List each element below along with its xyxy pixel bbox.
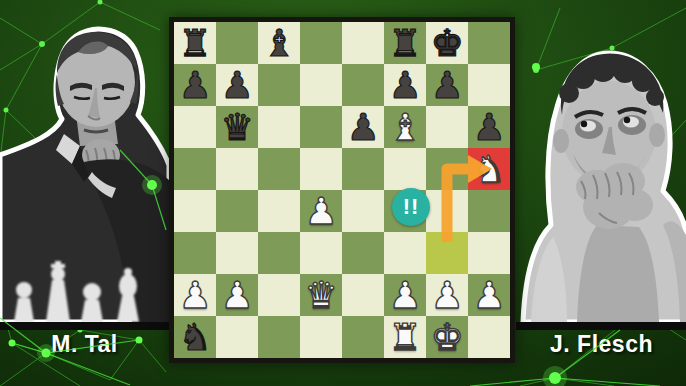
square-g8: ♚ xyxy=(426,22,468,64)
square-e5 xyxy=(342,148,384,190)
square-e4 xyxy=(342,190,384,232)
square-d7 xyxy=(300,64,342,106)
left-player-name: M. Tal xyxy=(0,331,169,357)
piece-white-knight: ♞ xyxy=(468,148,510,190)
square-g5 xyxy=(426,148,468,190)
square-a7: ♟ xyxy=(174,64,216,106)
piece-white-rook: ♜ xyxy=(384,316,426,358)
piece-black-rook: ♜ xyxy=(384,22,426,64)
square-e8 xyxy=(342,22,384,64)
piece-black-pawn: ♟ xyxy=(426,64,468,106)
square-e1 xyxy=(342,316,384,358)
square-b2: ♟ xyxy=(216,274,258,316)
piece-white-bishop: ♝ xyxy=(384,106,426,148)
square-h8 xyxy=(468,22,510,64)
square-h3 xyxy=(468,232,510,274)
piece-white-pawn: ♟ xyxy=(174,274,216,316)
square-h5: ♞ xyxy=(468,148,510,190)
square-h4 xyxy=(468,190,510,232)
square-c7 xyxy=(258,64,300,106)
square-b5 xyxy=(216,148,258,190)
piece-black-pawn: ♟ xyxy=(384,64,426,106)
square-d5 xyxy=(300,148,342,190)
board-grid: ♜♝♜♚♟♟♟♟♛♟♝♟♞♟♟♟♛♟♟♟♞♜♚ xyxy=(174,22,510,358)
brilliant-move-badge: !! xyxy=(392,188,430,226)
square-a2: ♟ xyxy=(174,274,216,316)
square-f6: ♝ xyxy=(384,106,426,148)
flesch-photo-bottom-border xyxy=(516,322,686,330)
piece-black-pawn: ♟ xyxy=(174,64,216,106)
square-f2: ♟ xyxy=(384,274,426,316)
chess-board: ♜♝♜♚♟♟♟♟♛♟♝♟♞♟♟♟♛♟♟♟♞♜♚ !! xyxy=(169,17,515,363)
square-b8 xyxy=(216,22,258,64)
square-e7 xyxy=(342,64,384,106)
square-b1 xyxy=(216,316,258,358)
square-c1 xyxy=(258,316,300,358)
square-h7 xyxy=(468,64,510,106)
piece-black-rook: ♜ xyxy=(174,22,216,64)
square-b3 xyxy=(216,232,258,274)
piece-black-pawn: ♟ xyxy=(216,64,258,106)
square-c3 xyxy=(258,232,300,274)
square-b4 xyxy=(216,190,258,232)
square-g3 xyxy=(426,232,468,274)
piece-white-queen: ♛ xyxy=(300,274,342,316)
square-c4 xyxy=(258,190,300,232)
piece-white-pawn: ♟ xyxy=(300,190,342,232)
square-a1: ♞ xyxy=(174,316,216,358)
square-d6 xyxy=(300,106,342,148)
square-a6 xyxy=(174,106,216,148)
square-c6 xyxy=(258,106,300,148)
square-g1: ♚ xyxy=(426,316,468,358)
square-e6: ♟ xyxy=(342,106,384,148)
square-c5 xyxy=(258,148,300,190)
piece-white-pawn: ♟ xyxy=(384,274,426,316)
tal-photo xyxy=(0,22,169,322)
square-f8: ♜ xyxy=(384,22,426,64)
square-e2 xyxy=(342,274,384,316)
piece-white-king: ♚ xyxy=(426,316,468,358)
square-f3 xyxy=(384,232,426,274)
square-a4 xyxy=(174,190,216,232)
piece-black-pawn: ♟ xyxy=(342,106,384,148)
square-a8: ♜ xyxy=(174,22,216,64)
square-g7: ♟ xyxy=(426,64,468,106)
piece-black-queen: ♛ xyxy=(216,106,258,148)
piece-white-pawn: ♟ xyxy=(216,274,258,316)
piece-white-pawn: ♟ xyxy=(468,274,510,316)
square-d2: ♛ xyxy=(300,274,342,316)
square-d1 xyxy=(300,316,342,358)
square-a3 xyxy=(174,232,216,274)
tal-photo-bottom-border xyxy=(0,322,170,330)
square-a5 xyxy=(174,148,216,190)
piece-black-pawn: ♟ xyxy=(468,106,510,148)
square-b6: ♛ xyxy=(216,106,258,148)
square-d3 xyxy=(300,232,342,274)
piece-white-pawn: ♟ xyxy=(426,274,468,316)
square-h6: ♟ xyxy=(468,106,510,148)
square-c2 xyxy=(258,274,300,316)
right-player-name: J. Flesch xyxy=(517,331,686,357)
square-g4 xyxy=(426,190,468,232)
square-g6 xyxy=(426,106,468,148)
piece-black-king: ♚ xyxy=(426,22,468,64)
square-d8 xyxy=(300,22,342,64)
square-c8: ♝ xyxy=(258,22,300,64)
square-h2: ♟ xyxy=(468,274,510,316)
square-e3 xyxy=(342,232,384,274)
square-f5 xyxy=(384,148,426,190)
square-g2: ♟ xyxy=(426,274,468,316)
square-d4: ♟ xyxy=(300,190,342,232)
thumbnail-stage: M. Tal J. Flesch ♜♝♜♚♟♟♟♟♛♟♝♟♞♟♟♟♛♟♟♟♞♜♚… xyxy=(0,0,686,386)
square-f7: ♟ xyxy=(384,64,426,106)
piece-black-bishop: ♝ xyxy=(258,22,300,64)
square-b7: ♟ xyxy=(216,64,258,106)
square-f1: ♜ xyxy=(384,316,426,358)
square-h1 xyxy=(468,316,510,358)
piece-black-knight: ♞ xyxy=(174,316,216,358)
flesch-photo xyxy=(517,45,686,322)
